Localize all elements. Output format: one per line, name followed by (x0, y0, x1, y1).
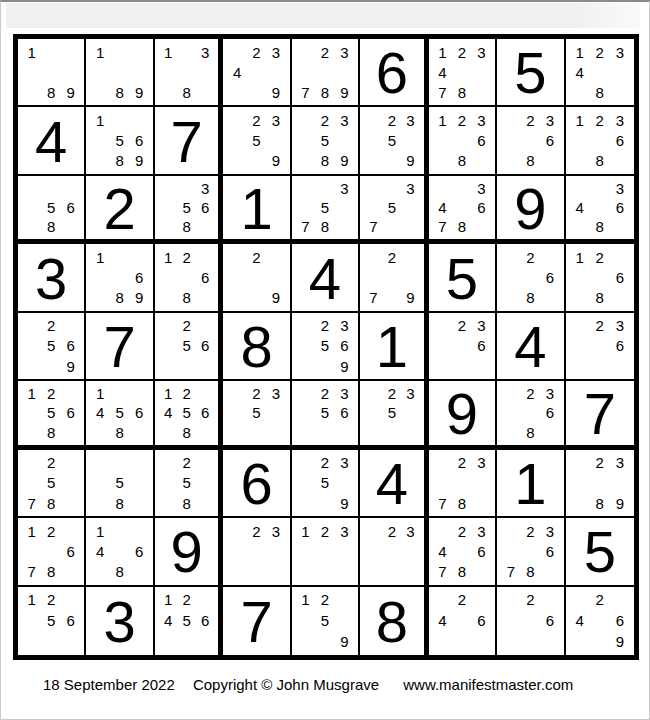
empty-candidate-slot (196, 217, 214, 236)
candidate-digit: 3 (335, 316, 354, 336)
cell-r1c4: 2349 (223, 39, 291, 107)
empty-candidate-slot (452, 356, 471, 376)
candidate-digit: 2 (521, 590, 540, 611)
empty-candidate-slot (247, 288, 266, 308)
empty-candidate-slot (590, 62, 610, 82)
empty-candidate-slot (247, 561, 266, 581)
candidate-digit: 1 (159, 384, 177, 403)
empty-candidate-slot (501, 631, 520, 652)
empty-candidate-slot (521, 403, 540, 422)
empty-candidate-slot (401, 423, 419, 442)
candidate-grid: 2349 (223, 39, 289, 105)
candidate-digit: 6 (610, 336, 630, 356)
candidate-grid: 3468 (566, 176, 634, 239)
cell-r9c9: 2469 (566, 587, 634, 655)
candidate-digit: 5 (315, 610, 334, 631)
candidate-digit: 2 (247, 42, 266, 62)
cell-r5c9: 236 (566, 313, 634, 381)
empty-candidate-slot (247, 82, 266, 102)
candidate-digit: 3 (472, 110, 491, 130)
cell-r5c5: 23569 (292, 313, 360, 381)
cell-r8c6: 23 (360, 518, 428, 586)
solved-digit: 4 (514, 318, 546, 376)
cell-r1c8: 5 (497, 39, 565, 107)
empty-candidate-slot (129, 521, 148, 541)
candidate-digit: 5 (110, 403, 129, 422)
candidate-digit: 5 (247, 403, 266, 422)
empty-candidate-slot (433, 179, 452, 198)
candidate-digit: 5 (315, 131, 334, 151)
candidate-digit: 9 (335, 631, 354, 652)
candidate-digit: 1 (90, 247, 109, 267)
candidate-digit: 2 (177, 316, 195, 336)
cell-r6c3: 124568 (155, 381, 223, 449)
empty-candidate-slot (383, 217, 401, 236)
empty-candidate-slot (315, 493, 334, 513)
empty-candidate-slot (90, 62, 109, 82)
empty-candidate-slot (433, 473, 452, 493)
empty-candidate-slot (383, 541, 401, 561)
empty-candidate-slot (383, 267, 401, 287)
empty-candidate-slot (364, 541, 382, 561)
empty-candidate-slot (129, 473, 148, 493)
candidate-digit: 7 (296, 217, 315, 236)
empty-candidate-slot (196, 384, 214, 403)
candidate-digit: 1 (159, 42, 177, 62)
cell-r9c7: 246 (429, 587, 497, 655)
cell-r4c6: 279 (360, 244, 428, 312)
candidate-grid: 234678 (429, 518, 495, 584)
empty-candidate-slot (159, 631, 177, 652)
empty-candidate-slot (610, 247, 630, 267)
empty-candidate-slot (401, 217, 419, 236)
cell-r7c9: 2389 (566, 450, 634, 518)
candidate-digit: 1 (296, 521, 315, 541)
candidate-digit: 5 (41, 336, 60, 356)
candidate-digit: 3 (335, 521, 354, 541)
candidate-digit: 8 (41, 493, 60, 513)
solved-digit: 3 (104, 593, 136, 651)
candidate-digit: 1 (22, 590, 41, 611)
candidate-digit: 6 (472, 610, 491, 631)
candidate-digit: 6 (196, 610, 214, 631)
empty-candidate-slot (296, 384, 315, 403)
empty-candidate-slot (401, 247, 419, 267)
candidate-digit: 9 (61, 356, 80, 376)
cell-r8c2: 1468 (86, 518, 154, 586)
empty-candidate-slot (110, 62, 129, 82)
empty-candidate-slot (383, 561, 401, 581)
candidate-digit: 2 (177, 247, 195, 267)
candidate-digit: 2 (41, 521, 60, 541)
empty-candidate-slot (177, 42, 195, 62)
candidate-grid: 34678 (429, 176, 495, 239)
candidate-digit: 4 (433, 198, 452, 217)
empty-candidate-slot (61, 521, 80, 541)
empty-candidate-slot (433, 131, 452, 151)
candidate-digit: 8 (315, 151, 334, 171)
candidate-digit: 2 (41, 384, 60, 403)
candidate-grid: 26 (497, 587, 563, 655)
empty-candidate-slot (521, 631, 540, 652)
empty-candidate-slot (266, 403, 285, 422)
empty-candidate-slot (41, 42, 60, 62)
empty-candidate-slot (296, 423, 315, 442)
candidate-digit: 6 (61, 610, 80, 631)
candidate-digit: 8 (110, 288, 129, 308)
candidate-digit: 6 (196, 198, 214, 217)
empty-candidate-slot (401, 131, 419, 151)
empty-candidate-slot (61, 384, 80, 403)
empty-candidate-slot (364, 247, 382, 267)
candidate-grid: 14568 (86, 381, 152, 444)
candidate-digit: 3 (540, 110, 559, 130)
cell-r9c1: 1256 (18, 587, 86, 655)
candidate-grid: 1468 (86, 518, 152, 584)
empty-candidate-slot (196, 82, 214, 102)
empty-candidate-slot (335, 62, 354, 82)
candidate-digit: 2 (452, 42, 471, 62)
empty-candidate-slot (159, 198, 177, 217)
solved-digit: 2 (104, 180, 136, 238)
empty-candidate-slot (90, 267, 109, 287)
empty-candidate-slot (296, 151, 315, 171)
empty-candidate-slot (22, 403, 41, 422)
cell-r9c4: 7 (223, 587, 291, 655)
empty-candidate-slot (335, 131, 354, 151)
candidate-digit: 9 (266, 82, 285, 102)
empty-candidate-slot (90, 423, 109, 442)
candidate-digit: 2 (247, 247, 266, 267)
empty-candidate-slot (570, 493, 590, 513)
empty-candidate-slot (61, 42, 80, 62)
candidate-digit: 3 (335, 453, 354, 473)
footer-date: 18 September 2022 (43, 676, 175, 693)
candidate-grid: 23 (360, 518, 423, 584)
cell-r2c4: 2359 (223, 107, 291, 175)
candidate-grid: 23589 (292, 107, 358, 173)
empty-candidate-slot (472, 217, 491, 236)
cell-r9c5: 1259 (292, 587, 360, 655)
empty-candidate-slot (159, 288, 177, 308)
empty-candidate-slot (501, 131, 520, 151)
cell-r2c9: 12368 (566, 107, 634, 175)
empty-candidate-slot (296, 403, 315, 422)
empty-candidate-slot (227, 403, 246, 422)
empty-candidate-slot (159, 493, 177, 513)
candidate-digit: 8 (521, 423, 540, 442)
empty-candidate-slot (452, 131, 471, 151)
candidate-digit: 8 (177, 288, 195, 308)
candidate-grid: 268 (497, 244, 563, 310)
empty-candidate-slot (296, 561, 315, 581)
empty-candidate-slot (501, 610, 520, 631)
empty-candidate-slot (570, 151, 590, 171)
empty-candidate-slot (452, 541, 471, 561)
empty-candidate-slot (129, 110, 148, 130)
empty-candidate-slot (610, 590, 630, 611)
candidate-grid: 12368 (429, 107, 495, 173)
candidate-digit: 9 (401, 288, 419, 308)
empty-candidate-slot (315, 179, 334, 198)
cell-r7c4: 6 (223, 450, 291, 518)
cell-r2c8: 2368 (497, 107, 565, 175)
empty-candidate-slot (590, 131, 610, 151)
empty-candidate-slot (110, 247, 129, 267)
solved-digit: 9 (446, 385, 478, 443)
candidate-digit: 3 (401, 110, 419, 130)
empty-candidate-slot (159, 217, 177, 236)
empty-candidate-slot (570, 82, 590, 102)
candidate-grid: 12678 (18, 518, 84, 584)
empty-candidate-slot (22, 82, 41, 102)
empty-candidate-slot (335, 561, 354, 581)
empty-candidate-slot (472, 62, 491, 82)
empty-candidate-slot (335, 423, 354, 442)
candidate-grid: 2359 (360, 107, 423, 173)
candidate-digit: 2 (315, 384, 334, 403)
empty-candidate-slot (472, 151, 491, 171)
candidate-digit: 2 (177, 453, 195, 473)
candidate-digit: 5 (315, 336, 334, 356)
cell-r3c4: 1 (223, 176, 291, 244)
solved-digit: 1 (514, 455, 546, 513)
candidate-digit: 6 (61, 403, 80, 422)
empty-candidate-slot (452, 179, 471, 198)
cell-r8c7: 234678 (429, 518, 497, 586)
candidate-grid: 2356 (292, 381, 358, 444)
cell-r9c3: 12456 (155, 587, 223, 655)
cell-r8c3: 9 (155, 518, 223, 586)
empty-candidate-slot (110, 42, 129, 62)
candidate-grid: 12348 (566, 39, 634, 105)
empty-candidate-slot (227, 131, 246, 151)
empty-candidate-slot (296, 453, 315, 473)
cell-r1c9: 12348 (566, 39, 634, 107)
empty-candidate-slot (41, 631, 60, 652)
candidate-digit: 1 (90, 384, 109, 403)
solved-digit: 7 (240, 593, 272, 651)
candidate-digit: 7 (433, 82, 452, 102)
candidate-digit: 5 (315, 198, 334, 217)
cell-r1c2: 189 (86, 39, 154, 107)
candidate-grid: 189 (18, 39, 84, 105)
candidate-digit: 6 (472, 198, 491, 217)
empty-candidate-slot (247, 267, 266, 287)
cell-r2c1: 4 (18, 107, 86, 175)
candidate-digit: 8 (521, 151, 540, 171)
empty-candidate-slot (433, 453, 452, 473)
candidate-digit: 6 (540, 610, 559, 631)
candidate-digit: 2 (590, 316, 610, 336)
empty-candidate-slot (452, 473, 471, 493)
cell-r3c8: 9 (497, 176, 565, 244)
empty-candidate-slot (521, 267, 540, 287)
empty-candidate-slot (196, 288, 214, 308)
empty-candidate-slot (296, 316, 315, 336)
empty-candidate-slot (383, 179, 401, 198)
candidate-grid: 189 (86, 39, 152, 105)
candidate-digit: 8 (590, 493, 610, 513)
empty-candidate-slot (364, 384, 382, 403)
candidate-digit: 3 (610, 42, 630, 62)
candidate-grid: 3568 (155, 176, 218, 239)
empty-candidate-slot (61, 631, 80, 652)
candidate-digit: 4 (570, 198, 590, 217)
candidate-digit: 6 (335, 336, 354, 356)
candidate-digit: 8 (41, 423, 60, 442)
candidate-digit: 1 (570, 110, 590, 130)
empty-candidate-slot (159, 62, 177, 82)
candidate-digit: 6 (61, 336, 80, 356)
candidate-digit: 3 (401, 521, 419, 541)
empty-candidate-slot (129, 384, 148, 403)
candidate-digit: 2 (590, 590, 610, 611)
candidate-digit: 2 (247, 110, 266, 130)
candidate-digit: 9 (129, 82, 148, 102)
empty-candidate-slot (401, 541, 419, 561)
empty-candidate-slot (540, 423, 559, 442)
empty-candidate-slot (335, 217, 354, 236)
empty-candidate-slot (22, 62, 41, 82)
cell-r7c5: 2359 (292, 450, 360, 518)
empty-candidate-slot (383, 151, 401, 171)
empty-candidate-slot (159, 82, 177, 102)
candidate-digit: 2 (383, 247, 401, 267)
cell-r4c5: 4 (292, 244, 360, 312)
candidate-digit: 8 (315, 217, 334, 236)
empty-candidate-slot (315, 541, 334, 561)
cell-r5c7: 236 (429, 313, 497, 381)
candidate-grid: 123 (292, 518, 358, 584)
empty-candidate-slot (22, 316, 41, 336)
candidate-digit: 3 (540, 384, 559, 403)
empty-candidate-slot (247, 151, 266, 171)
candidate-grid: 279 (360, 244, 423, 310)
footer: 18 September 2022 Copyright © John Musgr… (43, 676, 573, 693)
cell-r6c5: 2356 (292, 381, 360, 449)
candidate-digit: 3 (335, 179, 354, 198)
candidate-digit: 3 (401, 384, 419, 403)
empty-candidate-slot (590, 473, 610, 493)
candidate-digit: 5 (41, 610, 60, 631)
candidate-grid: 256 (155, 313, 218, 379)
empty-candidate-slot (129, 423, 148, 442)
candidate-digit: 8 (177, 82, 195, 102)
candidate-grid: 568 (18, 176, 84, 239)
candidate-digit: 4 (90, 541, 109, 561)
candidate-digit: 8 (110, 493, 129, 513)
candidate-grid: 1259 (292, 587, 358, 655)
candidate-digit: 1 (570, 42, 590, 62)
candidate-digit: 4 (433, 610, 452, 631)
candidate-digit: 2 (315, 453, 334, 473)
candidate-digit: 6 (610, 267, 630, 287)
candidate-digit: 2 (315, 590, 334, 611)
empty-candidate-slot (364, 131, 382, 151)
empty-candidate-slot (196, 247, 214, 267)
empty-candidate-slot (22, 356, 41, 376)
candidate-digit: 6 (61, 541, 80, 561)
empty-candidate-slot (610, 217, 630, 236)
candidate-digit: 9 (335, 82, 354, 102)
empty-candidate-slot (472, 631, 491, 652)
empty-candidate-slot (335, 610, 354, 631)
empty-candidate-slot (570, 288, 590, 308)
candidate-digit: 3 (266, 42, 285, 62)
empty-candidate-slot (570, 356, 590, 376)
cell-r6c2: 14568 (86, 381, 154, 449)
candidate-digit: 6 (129, 267, 148, 287)
candidate-digit: 6 (610, 610, 630, 631)
empty-candidate-slot (364, 267, 382, 287)
cell-r5c8: 4 (497, 313, 565, 381)
empty-candidate-slot (227, 423, 246, 442)
cell-r9c2: 3 (86, 587, 154, 655)
empty-candidate-slot (296, 473, 315, 493)
empty-candidate-slot (159, 423, 177, 442)
candidate-digit: 5 (247, 131, 266, 151)
empty-candidate-slot (296, 493, 315, 513)
candidate-digit: 8 (452, 217, 471, 236)
candidate-digit: 3 (610, 110, 630, 130)
cell-r4c2: 1689 (86, 244, 154, 312)
candidate-digit: 5 (177, 336, 195, 356)
candidate-digit: 5 (41, 198, 60, 217)
candidate-grid: 2469 (566, 587, 634, 655)
candidate-digit: 4 (159, 610, 177, 631)
candidate-digit: 7 (22, 561, 41, 581)
empty-candidate-slot (501, 384, 520, 403)
cell-r1c3: 138 (155, 39, 223, 107)
empty-candidate-slot (472, 356, 491, 376)
solved-digit: 4 (376, 455, 408, 513)
candidate-digit: 3 (266, 384, 285, 403)
candidate-digit: 8 (590, 288, 610, 308)
cell-r8c1: 12678 (18, 518, 86, 586)
empty-candidate-slot (540, 590, 559, 611)
candidate-digit: 8 (110, 151, 129, 171)
empty-candidate-slot (433, 590, 452, 611)
candidate-digit: 3 (266, 110, 285, 130)
candidate-digit: 3 (335, 110, 354, 130)
cell-r7c2: 58 (86, 450, 154, 518)
candidate-digit: 2 (521, 110, 540, 130)
candidate-grid: 15689 (86, 107, 152, 173)
candidate-digit: 2 (452, 521, 471, 541)
sudoku-board: 1891891382349237896123478512348415689723… (13, 34, 639, 660)
cell-r7c3: 258 (155, 450, 223, 518)
empty-candidate-slot (61, 453, 80, 473)
cell-r7c6: 4 (360, 450, 428, 518)
candidate-digit: 9 (266, 288, 285, 308)
candidate-digit: 5 (41, 403, 60, 422)
cell-r8c4: 23 (223, 518, 291, 586)
candidate-digit: 2 (452, 316, 471, 336)
candidate-digit: 2 (590, 247, 610, 267)
candidate-digit: 7 (296, 82, 315, 102)
empty-candidate-slot (296, 610, 315, 631)
empty-candidate-slot (590, 336, 610, 356)
solved-digit: 7 (104, 318, 136, 376)
empty-candidate-slot (383, 288, 401, 308)
empty-candidate-slot (570, 453, 590, 473)
candidate-digit: 2 (41, 590, 60, 611)
empty-candidate-slot (540, 561, 559, 581)
candidate-digit: 3 (610, 179, 630, 198)
candidate-digit: 2 (590, 453, 610, 473)
empty-candidate-slot (364, 423, 382, 442)
